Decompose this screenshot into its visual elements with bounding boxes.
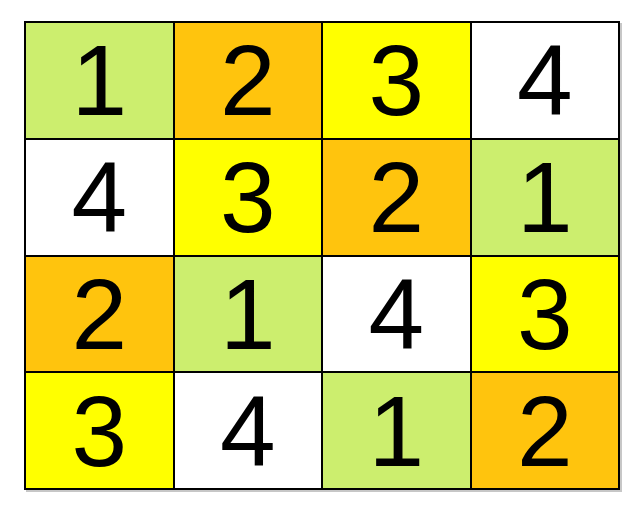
- grid-cell-r2c2[interactable]: 3: [175, 140, 322, 255]
- grid-cell-r1c4[interactable]: 4: [472, 23, 619, 138]
- grid-cell-r4c3[interactable]: 1: [323, 373, 470, 488]
- grid-cell-r4c2[interactable]: 4: [175, 373, 322, 488]
- worksheet-page: 1234432121433412: [0, 0, 640, 511]
- grid-cell-r1c2[interactable]: 2: [175, 23, 322, 138]
- grid-cell-r1c1[interactable]: 1: [26, 23, 173, 138]
- grid-cell-r4c4[interactable]: 2: [472, 373, 619, 488]
- grid-cell-r3c4[interactable]: 3: [472, 257, 619, 372]
- grid-cell-r2c3[interactable]: 2: [323, 140, 470, 255]
- grid-cell-r2c1[interactable]: 4: [26, 140, 173, 255]
- grid-cell-r3c1[interactable]: 2: [26, 257, 173, 372]
- grid-cell-r2c4[interactable]: 1: [472, 140, 619, 255]
- grid-cell-r1c3[interactable]: 3: [323, 23, 470, 138]
- grid-cell-r4c1[interactable]: 3: [26, 373, 173, 488]
- latin-square-board: 1234432121433412: [24, 21, 620, 490]
- grid-cell-r3c3[interactable]: 4: [323, 257, 470, 372]
- grid-cell-r3c2[interactable]: 1: [175, 257, 322, 372]
